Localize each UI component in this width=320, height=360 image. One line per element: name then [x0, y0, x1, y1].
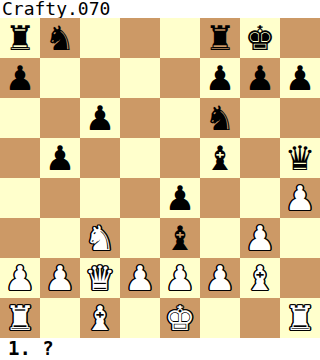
piece-white-pawn[interactable]: ♟ — [45, 258, 75, 298]
square-b4[interactable] — [40, 178, 80, 218]
square-b1[interactable] — [40, 298, 80, 338]
square-d5[interactable] — [120, 138, 160, 178]
piece-white-bishop[interactable]: ♝ — [245, 258, 275, 298]
crafty-window: Crafty.070 ♜♞♜♚♟♟♟♟♟♞♟♝♛♟♟♞♝♟♟♟♛♟♟♟♝♜♝♚♜… — [0, 0, 320, 360]
square-a4[interactable] — [0, 178, 40, 218]
square-g8[interactable]: ♚ — [240, 18, 280, 58]
piece-black-bishop[interactable]: ♝ — [205, 138, 235, 178]
square-g5[interactable] — [240, 138, 280, 178]
piece-black-pawn[interactable]: ♟ — [245, 58, 275, 98]
move-prompt: 1. ? — [0, 338, 320, 360]
chess-board: ♜♞♜♚♟♟♟♟♟♞♟♝♛♟♟♞♝♟♟♟♛♟♟♟♝♜♝♚♜ — [0, 18, 320, 338]
piece-white-pawn[interactable]: ♟ — [5, 258, 35, 298]
square-b8[interactable]: ♞ — [40, 18, 80, 58]
window-title: Crafty.070 — [0, 0, 320, 18]
square-a7[interactable]: ♟ — [0, 58, 40, 98]
square-b6[interactable] — [40, 98, 80, 138]
square-e7[interactable] — [160, 58, 200, 98]
square-a5[interactable] — [0, 138, 40, 178]
piece-black-pawn[interactable]: ♟ — [205, 58, 235, 98]
piece-white-bishop[interactable]: ♝ — [85, 298, 115, 338]
square-e3[interactable]: ♝ — [160, 218, 200, 258]
piece-black-knight[interactable]: ♞ — [45, 18, 75, 58]
piece-black-pawn[interactable]: ♟ — [85, 98, 115, 138]
piece-white-knight[interactable]: ♞ — [85, 218, 115, 258]
square-a2[interactable]: ♟ — [0, 258, 40, 298]
square-e8[interactable] — [160, 18, 200, 58]
piece-white-rook[interactable]: ♜ — [285, 298, 315, 338]
piece-white-pawn[interactable]: ♟ — [165, 258, 195, 298]
square-f3[interactable] — [200, 218, 240, 258]
square-c4[interactable] — [80, 178, 120, 218]
square-h5[interactable]: ♛ — [280, 138, 320, 178]
square-c5[interactable] — [80, 138, 120, 178]
piece-white-pawn[interactable]: ♟ — [285, 178, 315, 218]
square-h7[interactable]: ♟ — [280, 58, 320, 98]
square-c3[interactable]: ♞ — [80, 218, 120, 258]
square-a8[interactable]: ♜ — [0, 18, 40, 58]
piece-black-pawn[interactable]: ♟ — [45, 138, 75, 178]
square-e5[interactable] — [160, 138, 200, 178]
piece-black-bishop[interactable]: ♝ — [165, 218, 195, 258]
square-h8[interactable] — [280, 18, 320, 58]
square-f7[interactable]: ♟ — [200, 58, 240, 98]
square-d7[interactable] — [120, 58, 160, 98]
square-c2[interactable]: ♛ — [80, 258, 120, 298]
square-c8[interactable] — [80, 18, 120, 58]
square-c7[interactable] — [80, 58, 120, 98]
square-d6[interactable] — [120, 98, 160, 138]
square-a3[interactable] — [0, 218, 40, 258]
piece-black-king[interactable]: ♚ — [245, 18, 275, 58]
square-g1[interactable] — [240, 298, 280, 338]
piece-black-knight[interactable]: ♞ — [205, 98, 235, 138]
square-f6[interactable]: ♞ — [200, 98, 240, 138]
square-a6[interactable] — [0, 98, 40, 138]
square-h6[interactable] — [280, 98, 320, 138]
square-e6[interactable] — [160, 98, 200, 138]
piece-black-queen[interactable]: ♛ — [285, 138, 315, 178]
square-e4[interactable]: ♟ — [160, 178, 200, 218]
square-b7[interactable] — [40, 58, 80, 98]
square-d8[interactable] — [120, 18, 160, 58]
piece-black-rook[interactable]: ♜ — [205, 18, 235, 58]
square-g3[interactable]: ♟ — [240, 218, 280, 258]
square-b2[interactable]: ♟ — [40, 258, 80, 298]
square-g2[interactable]: ♝ — [240, 258, 280, 298]
square-f5[interactable]: ♝ — [200, 138, 240, 178]
piece-black-pawn[interactable]: ♟ — [285, 58, 315, 98]
piece-white-pawn[interactable]: ♟ — [125, 258, 155, 298]
square-g7[interactable]: ♟ — [240, 58, 280, 98]
square-c6[interactable]: ♟ — [80, 98, 120, 138]
piece-black-rook[interactable]: ♜ — [5, 18, 35, 58]
square-f2[interactable]: ♟ — [200, 258, 240, 298]
square-h2[interactable] — [280, 258, 320, 298]
piece-white-king[interactable]: ♚ — [165, 298, 195, 338]
square-g6[interactable] — [240, 98, 280, 138]
square-b5[interactable]: ♟ — [40, 138, 80, 178]
square-f4[interactable] — [200, 178, 240, 218]
square-a1[interactable]: ♜ — [0, 298, 40, 338]
piece-white-pawn[interactable]: ♟ — [245, 218, 275, 258]
square-d2[interactable]: ♟ — [120, 258, 160, 298]
piece-white-queen[interactable]: ♛ — [85, 258, 115, 298]
square-f1[interactable] — [200, 298, 240, 338]
piece-white-pawn[interactable]: ♟ — [205, 258, 235, 298]
piece-white-rook[interactable]: ♜ — [5, 298, 35, 338]
square-b3[interactable] — [40, 218, 80, 258]
square-f8[interactable]: ♜ — [200, 18, 240, 58]
square-h1[interactable]: ♜ — [280, 298, 320, 338]
square-e2[interactable]: ♟ — [160, 258, 200, 298]
square-e1[interactable]: ♚ — [160, 298, 200, 338]
square-c1[interactable]: ♝ — [80, 298, 120, 338]
piece-black-pawn[interactable]: ♟ — [5, 58, 35, 98]
square-g4[interactable] — [240, 178, 280, 218]
square-d1[interactable] — [120, 298, 160, 338]
piece-black-pawn[interactable]: ♟ — [165, 178, 195, 218]
square-d3[interactable] — [120, 218, 160, 258]
square-h4[interactable]: ♟ — [280, 178, 320, 218]
square-d4[interactable] — [120, 178, 160, 218]
square-h3[interactable] — [280, 218, 320, 258]
